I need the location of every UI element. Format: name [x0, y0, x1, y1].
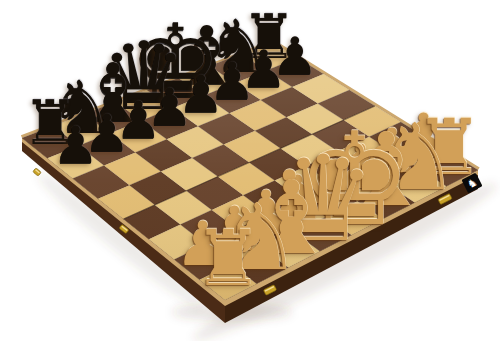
- piece-white-wood-rook-a1[interactable]: ♜: [193, 220, 262, 297]
- piece-black-pawn-a7[interactable]: ♟: [52, 121, 98, 173]
- product-photo-stage: ♞ ♜♞♝♛♚♝♞♜♟♟♟♟♟♟♟♟♟♟♟♟♟♟♟♟♜♞♝♛♚♝♞♜: [0, 0, 500, 341]
